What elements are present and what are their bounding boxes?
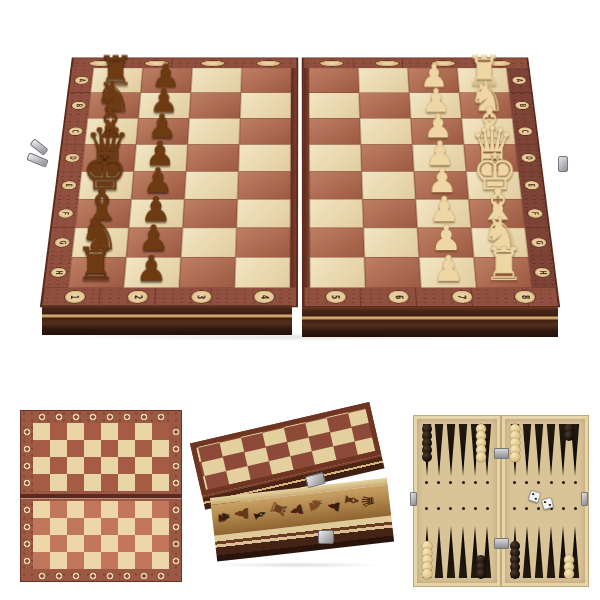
checkers-square <box>118 423 135 440</box>
chess-square <box>183 199 238 228</box>
coordinate-label: G <box>57 241 66 245</box>
backgammon-point <box>458 424 468 476</box>
thumbnail-checkers <box>20 410 182 582</box>
coordinate-label: D <box>68 156 77 160</box>
box-side-left <box>42 305 292 335</box>
checkers-square <box>33 474 50 491</box>
inlay-dot <box>513 481 516 484</box>
checkers-square <box>67 474 84 491</box>
inlay-dot <box>486 481 489 484</box>
inlay-dot <box>513 507 516 510</box>
border-medallion-dot <box>23 540 31 548</box>
inlay-dot <box>562 481 565 484</box>
coordinate-label: E <box>527 184 536 187</box>
chess-square <box>358 68 409 93</box>
chess-square <box>184 171 238 199</box>
border-medallion-dot <box>23 428 31 436</box>
box-shadow <box>212 562 382 568</box>
checkers-square <box>33 440 50 457</box>
coordinate-label: D <box>524 156 533 160</box>
metal-clasp-left <box>410 492 417 506</box>
chess-square <box>236 228 291 257</box>
inlay-dot <box>574 507 577 510</box>
chess-piece-R: ♜ <box>476 241 531 287</box>
cream-stone <box>422 569 432 579</box>
border-medallion-dot <box>23 462 31 470</box>
hinge-bottom <box>494 538 509 549</box>
chess-square <box>363 199 418 228</box>
coordinate-label: 8 <box>520 295 531 299</box>
chess-square <box>191 68 242 93</box>
black-stone <box>476 569 486 579</box>
border-medallion-dot <box>172 506 180 514</box>
hinge-top <box>494 448 509 459</box>
checkers-square <box>67 423 84 440</box>
coordinate-label: H <box>537 270 546 274</box>
coordinate-label: E <box>64 184 73 187</box>
chess-board-left-half: ABCDEFGH ♜♟♞♟♝♟♛♟♚♟♝♟♞♟♜♟ 1234 <box>42 58 296 306</box>
checkers-square <box>84 518 101 535</box>
checkers-square <box>118 552 135 569</box>
backgammon-point <box>446 526 456 578</box>
checkers-square <box>67 501 84 518</box>
inlay-dot <box>525 507 528 510</box>
chess-square <box>309 199 363 228</box>
checkers-square <box>152 518 169 535</box>
inlay-dot <box>537 507 540 510</box>
chess-square <box>362 171 416 199</box>
checkers-fold-seam <box>20 494 182 498</box>
border-medallion-dot <box>72 572 80 580</box>
chess-board: ABCDEFGH ♜♟♞♟♝♟♛♟♚♟♝♟♞♟♜♟ 1234 ♟♜♟♞♟♝♟♛♟… <box>42 58 558 306</box>
coordinate-label: F <box>61 212 70 215</box>
fold-edge-left <box>290 68 296 288</box>
cream-stone-stack <box>564 556 574 577</box>
chess-square <box>241 68 291 93</box>
coordinate-label: B <box>517 104 525 107</box>
checkers-square <box>84 423 101 440</box>
loose-piece: ♞ <box>215 510 231 524</box>
checkers-square <box>33 518 50 535</box>
border-medallion-dot <box>172 479 180 487</box>
thumbnail-backgammon <box>410 412 586 586</box>
checkers-square <box>50 440 67 457</box>
checkers-square <box>84 535 101 552</box>
checkers-square <box>152 457 169 474</box>
checkers-grid-bottom <box>33 501 169 569</box>
product-photo-collage: ABCDEFGH ♜♟♞♟♝♟♛♟♚♟♝♟♞♟♜♟ 1234 ♟♜♟♞♟♝♟♛♟… <box>0 0 600 600</box>
checkers-square <box>101 552 118 569</box>
chess-square: ♟ <box>419 257 476 287</box>
cream-stone <box>476 452 486 462</box>
checkers-square <box>135 501 152 518</box>
chess-square <box>361 144 414 171</box>
backgammon-point <box>434 424 444 476</box>
coordinate-medallion: A <box>511 76 527 84</box>
coordinate-medallion: B <box>514 101 530 110</box>
checkers-grid-top <box>33 423 169 491</box>
metal-clasp-lower <box>318 530 334 544</box>
border-medallion-dot <box>172 523 180 531</box>
coordinate-medallion: 7 <box>451 290 474 303</box>
inlay-dot <box>525 481 528 484</box>
checkers-square <box>50 535 67 552</box>
coordinate-label: G <box>534 241 543 245</box>
black-stone-stack <box>476 556 486 577</box>
main-chess-photo: ABCDEFGH ♜♟♞♟♝♟♛♟♚♟♝♟♞♟♜♟ 1234 ♟♜♟♞♟♝♟♛♟… <box>36 14 564 340</box>
chess-square <box>186 144 239 171</box>
backgammon-point <box>446 424 456 476</box>
chess-square <box>364 257 420 287</box>
chess-square <box>310 228 365 257</box>
backgammon-point <box>522 526 532 578</box>
metal-clasp-right <box>581 492 588 506</box>
border-medallion-dot <box>38 572 46 580</box>
coordinate-medallion: D <box>520 153 537 162</box>
coordinate-label: C <box>71 130 80 133</box>
chess-square <box>360 118 412 144</box>
backgammon-point <box>522 424 532 476</box>
checkers-square <box>135 440 152 457</box>
inlay-dot <box>550 481 553 484</box>
loose-piece: ♛ <box>360 493 378 510</box>
checkers-square <box>50 518 67 535</box>
checkers-square <box>118 474 135 491</box>
checkers-square <box>84 501 101 518</box>
coordinate-label: 5 <box>330 295 341 299</box>
border-medallion-dot <box>140 413 148 421</box>
checkers-square <box>50 423 67 440</box>
die <box>528 490 542 504</box>
border-medallion-dot <box>157 413 165 421</box>
coordinate-label: 7 <box>456 295 467 299</box>
border-medallion-dot <box>172 445 180 453</box>
checkers-square <box>135 474 152 491</box>
coordinate-label: 2 <box>132 295 143 299</box>
inlay-dot <box>437 507 440 510</box>
chess-square <box>235 257 291 287</box>
border-medallion-dot <box>23 557 31 565</box>
inlay-dots <box>425 507 489 510</box>
inlay-dot <box>574 481 577 484</box>
chess-square <box>363 228 419 257</box>
checkers-square <box>33 535 50 552</box>
cream-stone-stack <box>422 542 432 577</box>
chess-square <box>309 171 362 199</box>
cream-stone <box>510 452 520 462</box>
border-medallion-dot <box>123 413 131 421</box>
checkers-square <box>101 423 118 440</box>
chess-square <box>239 118 291 144</box>
inlay-dot <box>449 507 452 510</box>
coordinate-label: A <box>514 79 522 82</box>
chess-piece-P: ♟ <box>421 251 476 287</box>
checkers-square <box>118 535 135 552</box>
coordinate-label: C <box>521 130 530 133</box>
checkers-square <box>152 552 169 569</box>
coordinate-medallion: 6 <box>388 290 411 303</box>
inlay-dot <box>425 507 428 510</box>
chess-square: ♜ <box>68 257 126 287</box>
coordinate-label: A <box>77 79 85 82</box>
inlay-dot <box>449 481 452 484</box>
metal-clasp-left <box>26 140 54 176</box>
checkers-square <box>67 457 84 474</box>
chess-piece-p: ♟ <box>124 251 179 287</box>
checkers-square <box>101 474 118 491</box>
border-medallion-dot <box>23 445 31 453</box>
checkers-square <box>84 552 101 569</box>
chess-square <box>309 118 361 144</box>
checkers-square <box>33 457 50 474</box>
border-medallion-dot <box>106 413 114 421</box>
checkers-square <box>67 535 84 552</box>
coordinate-medallion: C <box>517 127 534 136</box>
checkers-square <box>67 518 84 535</box>
checkers-square <box>118 518 135 535</box>
cream-stone-stack <box>476 425 486 460</box>
border-medallion-dot <box>23 506 31 514</box>
chess-square: ♜ <box>474 257 532 287</box>
checkers-square <box>67 552 84 569</box>
border-medallion-dot <box>55 413 63 421</box>
chess-frame-bottom-right: 5678 <box>304 288 558 306</box>
border-medallion-dot <box>89 572 97 580</box>
checkers-square <box>84 440 101 457</box>
black-stone <box>510 569 520 579</box>
chess-square: ♟ <box>124 257 181 287</box>
chess-square <box>309 68 359 93</box>
backgammon-point <box>534 424 544 476</box>
coordinate-medallion: 1 <box>63 290 86 303</box>
coordinate-medallion: 2 <box>126 290 149 303</box>
checkers-square <box>101 535 118 552</box>
border-medallion-dot <box>89 413 97 421</box>
checkers-square <box>84 457 101 474</box>
inlay-dots <box>513 481 577 484</box>
inlay-dot <box>462 507 465 510</box>
checkers-square <box>101 518 118 535</box>
cream-stone <box>564 569 574 579</box>
border-medallion-dot <box>172 557 180 565</box>
inlay-dot <box>537 481 540 484</box>
checkers-square <box>84 474 101 491</box>
inlay-dot <box>462 481 465 484</box>
black-stone-stack <box>422 425 432 460</box>
backgammon-point <box>534 526 544 578</box>
oval-medallion <box>375 60 400 66</box>
black-stone-stack <box>564 425 574 439</box>
checkers-square <box>101 501 118 518</box>
coordinate-label: H <box>53 270 62 274</box>
black-stone-stack <box>510 542 520 577</box>
checkers-square <box>67 440 84 457</box>
backgammon-point <box>458 526 468 578</box>
border-medallion-dot <box>23 523 31 531</box>
border-medallion-dot <box>38 413 46 421</box>
coordinate-label: 1 <box>69 295 80 299</box>
oval-medallion <box>200 60 225 66</box>
inlay-dot <box>425 481 428 484</box>
chess-squares-left: ♜♟♞♟♝♟♛♟♚♟♝♟♞♟♜♟ <box>68 68 291 288</box>
coordinate-label: B <box>74 104 82 107</box>
box-shadow <box>60 333 530 341</box>
chess-piece-r: ♜ <box>68 241 123 287</box>
checkers-square <box>33 423 50 440</box>
checkers-square <box>152 423 169 440</box>
chess-square <box>309 93 360 119</box>
coordinate-label: 3 <box>196 295 207 299</box>
coordinate-medallion: 4 <box>253 290 275 303</box>
chess-squares-right: ♟♜♟♞♟♝♟♛♟♚♟♝♟♞♟♜ <box>309 68 532 288</box>
chess-square <box>189 93 241 119</box>
chess-square <box>240 93 291 119</box>
backgammon-half-left <box>414 416 500 586</box>
chess-square <box>238 144 290 171</box>
checkers-square <box>50 457 67 474</box>
coordinate-medallion: E <box>523 181 540 190</box>
border-medallion-dot <box>157 572 165 580</box>
checkers-square <box>33 552 50 569</box>
chess-square <box>179 257 235 287</box>
backgammon-point <box>546 424 556 476</box>
metal-clasp-right <box>558 156 568 172</box>
border-medallion-dot <box>172 428 180 436</box>
coordinate-label: 6 <box>393 295 404 299</box>
checkers-square <box>118 440 135 457</box>
inlay-dot <box>486 507 489 510</box>
chess-square <box>237 171 290 199</box>
backgammon-half-right <box>502 416 588 586</box>
chess-square <box>309 144 361 171</box>
inlay-dot <box>437 481 440 484</box>
chess-square <box>181 228 237 257</box>
coordinate-medallion: 5 <box>325 290 347 303</box>
oval-medallion <box>256 60 281 66</box>
coordinate-medallion: 8 <box>514 290 537 303</box>
oval-medallion <box>319 60 344 66</box>
checkers-square <box>152 501 169 518</box>
inlay-dot <box>474 507 477 510</box>
inlay-dot <box>562 507 565 510</box>
chess-square <box>310 257 366 287</box>
checkers-square <box>152 474 169 491</box>
coordinate-label: F <box>530 212 539 215</box>
chess-square <box>359 93 411 119</box>
thumbnail-folded-box: ♞♟♝♜♟♞♟♝♛ <box>200 430 396 570</box>
chess-square <box>188 118 240 144</box>
checkers-square <box>118 501 135 518</box>
chess-frame-bottom-left: 1234 <box>42 288 296 306</box>
border-medallion-dot <box>106 572 114 580</box>
border-medallion-dot <box>23 479 31 487</box>
checkers-square <box>135 518 152 535</box>
border-medallion-dot <box>140 572 148 580</box>
checkers-square <box>135 535 152 552</box>
checkers-square <box>33 501 50 518</box>
inlay-dot <box>474 481 477 484</box>
border-medallion-dot <box>172 462 180 470</box>
chess-board-right-half: ♟♜♟♞♟♝♟♛♟♚♟♝♟♞♟♜ ABCDEFGH 5678 <box>304 58 558 306</box>
coordinate-medallion: H <box>49 267 67 277</box>
coordinate-medallion: F <box>526 209 543 219</box>
coordinate-label: 4 <box>259 295 270 299</box>
clasp-bar <box>26 152 48 167</box>
cream-stone-stack <box>510 425 520 460</box>
checkers-square <box>135 457 152 474</box>
checkers-square <box>50 474 67 491</box>
chess-square <box>237 199 291 228</box>
loose-piece: ♞ <box>305 495 326 515</box>
black-stone <box>564 431 574 441</box>
black-stone <box>422 452 432 462</box>
checkers-square <box>118 457 135 474</box>
border-medallion-dot <box>123 572 131 580</box>
border-medallion-dot <box>55 572 63 580</box>
checkers-square <box>50 552 67 569</box>
checkers-square <box>101 440 118 457</box>
checkers-square <box>135 552 152 569</box>
coordinate-medallion: H <box>533 267 551 277</box>
border-medallion-dot <box>72 413 80 421</box>
checkers-square <box>152 440 169 457</box>
inlay-dots <box>425 481 489 484</box>
checkers-square <box>135 423 152 440</box>
backgammon-point <box>434 526 444 578</box>
checkers-square <box>50 501 67 518</box>
checkers-square <box>101 457 118 474</box>
coordinate-medallion: 3 <box>190 290 213 303</box>
coordinate-medallion: G <box>530 238 548 248</box>
backgammon-point <box>546 526 556 578</box>
border-medallion-dot <box>172 540 180 548</box>
checkers-square <box>152 535 169 552</box>
